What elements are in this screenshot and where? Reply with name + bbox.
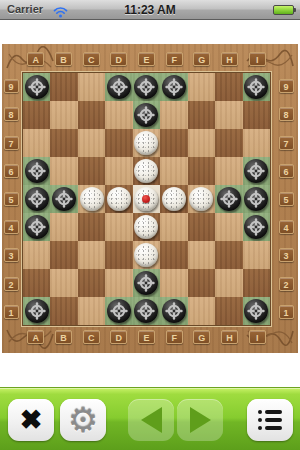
column-label-C: C (83, 330, 100, 344)
square-G7[interactable] (188, 129, 215, 157)
square-E9[interactable] (133, 73, 160, 101)
square-C2[interactable] (78, 269, 105, 297)
square-E8[interactable] (133, 101, 160, 129)
column-label-B: B (55, 52, 72, 66)
status-bar: Carrier 11:23 AM (0, 0, 300, 20)
defender-piece-E3[interactable] (134, 243, 158, 267)
square-A9[interactable] (23, 73, 50, 101)
square-D5[interactable] (105, 185, 132, 213)
square-E2[interactable] (133, 269, 160, 297)
square-D6[interactable] (105, 157, 132, 185)
square-B7[interactable] (50, 129, 77, 157)
list-icon (258, 410, 282, 430)
row-label-4: 4 (279, 220, 294, 234)
column-label-A: A (27, 330, 44, 344)
square-E1[interactable] (133, 297, 160, 325)
square-F8[interactable] (160, 101, 187, 129)
battery-icon (273, 5, 294, 15)
row-label-1: 1 (279, 305, 294, 319)
attacker-piece-E2[interactable] (134, 271, 158, 295)
row-label-6: 6 (279, 164, 294, 178)
square-H8[interactable] (215, 101, 242, 129)
square-H1[interactable] (215, 297, 242, 325)
attacker-piece-I9[interactable] (244, 75, 268, 99)
square-G2[interactable] (188, 269, 215, 297)
square-G5[interactable] (188, 185, 215, 213)
column-label-F: F (166, 330, 183, 344)
square-I2[interactable] (243, 269, 270, 297)
column-label-I: I (249, 330, 266, 344)
square-A7[interactable] (23, 129, 50, 157)
row-labels-right: 987654321 (278, 72, 294, 326)
square-E7[interactable] (133, 129, 160, 157)
attacker-piece-A1[interactable] (25, 299, 49, 323)
square-H4[interactable] (215, 213, 242, 241)
settings-button[interactable]: ⚙ (60, 399, 106, 441)
square-I1[interactable] (243, 297, 270, 325)
row-label-7: 7 (4, 136, 19, 150)
square-I8[interactable] (243, 101, 270, 129)
square-F2[interactable] (160, 269, 187, 297)
app-screen: Carrier 11:23 AM ABCDEFGHI (0, 0, 300, 450)
row-label-8: 8 (4, 107, 19, 121)
row-label-4: 4 (4, 220, 19, 234)
row-label-7: 7 (279, 136, 294, 150)
defender-piece-G5[interactable] (189, 187, 213, 211)
column-label-H: H (221, 52, 238, 66)
column-label-I: I (249, 52, 266, 66)
square-G9[interactable] (188, 73, 215, 101)
column-label-A: A (27, 52, 44, 66)
square-H5[interactable] (215, 185, 242, 213)
square-B2[interactable] (50, 269, 77, 297)
column-labels-top: ABCDEFGHI (22, 51, 271, 67)
square-I4[interactable] (243, 213, 270, 241)
square-H6[interactable] (215, 157, 242, 185)
square-C9[interactable] (78, 73, 105, 101)
row-label-1: 1 (4, 305, 19, 319)
square-I5[interactable] (243, 185, 270, 213)
square-I3[interactable] (243, 241, 270, 269)
column-label-G: G (193, 330, 210, 344)
defender-piece-E6[interactable] (134, 159, 158, 183)
attacker-piece-A4[interactable] (25, 215, 49, 239)
square-A8[interactable] (23, 101, 50, 129)
square-A5[interactable] (23, 185, 50, 213)
square-D1[interactable] (105, 297, 132, 325)
attacker-piece-E8[interactable] (134, 103, 158, 127)
row-label-3: 3 (279, 248, 294, 262)
attacker-piece-E9[interactable] (134, 75, 158, 99)
column-label-E: E (138, 330, 155, 344)
square-B3[interactable] (50, 241, 77, 269)
defender-piece-D5[interactable] (107, 187, 131, 211)
attacker-piece-A5[interactable] (25, 187, 49, 211)
row-label-5: 5 (4, 192, 19, 206)
row-label-3: 3 (4, 248, 19, 262)
left-arrow-icon (141, 407, 162, 433)
square-F6[interactable] (160, 157, 187, 185)
square-I7[interactable] (243, 129, 270, 157)
square-D8[interactable] (105, 101, 132, 129)
attacker-piece-D1[interactable] (107, 299, 131, 323)
attacker-piece-F9[interactable] (162, 75, 186, 99)
row-label-6: 6 (4, 164, 19, 178)
square-C4[interactable] (78, 213, 105, 241)
attacker-piece-I6[interactable] (244, 159, 268, 183)
row-label-8: 8 (279, 107, 294, 121)
prev-move-button[interactable] (128, 399, 174, 441)
attacker-piece-I1[interactable] (244, 299, 268, 323)
square-G1[interactable] (188, 297, 215, 325)
square-C3[interactable] (78, 241, 105, 269)
square-E4[interactable] (133, 213, 160, 241)
column-label-D: D (110, 52, 127, 66)
square-G8[interactable] (188, 101, 215, 129)
column-label-C: C (83, 52, 100, 66)
square-H7[interactable] (215, 129, 242, 157)
square-C7[interactable] (78, 129, 105, 157)
square-G6[interactable] (188, 157, 215, 185)
square-A4[interactable] (23, 213, 50, 241)
row-label-9: 9 (4, 79, 19, 93)
row-label-2: 2 (279, 277, 294, 291)
square-D9[interactable] (105, 73, 132, 101)
bottom-toolbar: ✖ ⚙ (0, 387, 300, 450)
square-D4[interactable] (105, 213, 132, 241)
square-B9[interactable] (50, 73, 77, 101)
king-piece-E5[interactable] (134, 187, 158, 211)
square-E5[interactable] (133, 185, 160, 213)
square-G3[interactable] (188, 241, 215, 269)
board-grid (22, 72, 271, 326)
defender-piece-E4[interactable] (134, 215, 158, 239)
square-A1[interactable] (23, 297, 50, 325)
row-label-5: 5 (279, 192, 294, 206)
square-B1[interactable] (50, 297, 77, 325)
square-F3[interactable] (160, 241, 187, 269)
defender-piece-F5[interactable] (162, 187, 186, 211)
square-C8[interactable] (78, 101, 105, 129)
attacker-piece-I5[interactable] (244, 187, 268, 211)
gear-icon: ⚙ (68, 403, 98, 437)
next-move-button[interactable] (177, 399, 223, 441)
square-C6[interactable] (78, 157, 105, 185)
attacker-piece-D9[interactable] (107, 75, 131, 99)
square-H2[interactable] (215, 269, 242, 297)
square-F5[interactable] (160, 185, 187, 213)
square-A3[interactable] (23, 241, 50, 269)
column-label-G: G (193, 52, 210, 66)
defender-piece-E7[interactable] (134, 131, 158, 155)
column-label-E: E (138, 52, 155, 66)
square-C5[interactable] (78, 185, 105, 213)
attacker-piece-E1[interactable] (134, 299, 158, 323)
attacker-piece-A9[interactable] (25, 75, 49, 99)
defender-piece-C5[interactable] (80, 187, 104, 211)
square-G4[interactable] (188, 213, 215, 241)
square-F1[interactable] (160, 297, 187, 325)
row-label-9: 9 (279, 79, 294, 93)
square-A6[interactable] (23, 157, 50, 185)
row-labels-left: 987654321 (3, 72, 19, 326)
attacker-piece-H5[interactable] (217, 187, 241, 211)
square-H9[interactable] (215, 73, 242, 101)
square-E3[interactable] (133, 241, 160, 269)
column-label-H: H (221, 330, 238, 344)
square-E6[interactable] (133, 157, 160, 185)
square-B5[interactable] (50, 185, 77, 213)
square-H3[interactable] (215, 241, 242, 269)
move-list-button[interactable] (247, 399, 293, 441)
attacker-piece-I4[interactable] (244, 215, 268, 239)
square-D7[interactable] (105, 129, 132, 157)
square-I6[interactable] (243, 157, 270, 185)
column-labels-bottom: ABCDEFGHI (22, 329, 271, 345)
close-icon: ✖ (20, 407, 43, 434)
square-B8[interactable] (50, 101, 77, 129)
square-A2[interactable] (23, 269, 50, 297)
attacker-piece-A6[interactable] (25, 159, 49, 183)
attacker-piece-B5[interactable] (52, 187, 76, 211)
row-label-2: 2 (4, 277, 19, 291)
square-D2[interactable] (105, 269, 132, 297)
column-label-B: B (55, 330, 72, 344)
close-button[interactable]: ✖ (8, 399, 54, 441)
square-B4[interactable] (50, 213, 77, 241)
attacker-piece-F1[interactable] (162, 299, 186, 323)
right-arrow-icon (190, 407, 211, 433)
column-label-F: F (166, 52, 183, 66)
clock-label: 11:23 AM (0, 3, 300, 17)
board-frame: ABCDEFGHI ABCDEFGHI 987654321 987654321 (2, 44, 298, 353)
square-D3[interactable] (105, 241, 132, 269)
square-B6[interactable] (50, 157, 77, 185)
square-F7[interactable] (160, 129, 187, 157)
column-label-D: D (110, 330, 127, 344)
square-I9[interactable] (243, 73, 270, 101)
square-F4[interactable] (160, 213, 187, 241)
square-F9[interactable] (160, 73, 187, 101)
square-C1[interactable] (78, 297, 105, 325)
